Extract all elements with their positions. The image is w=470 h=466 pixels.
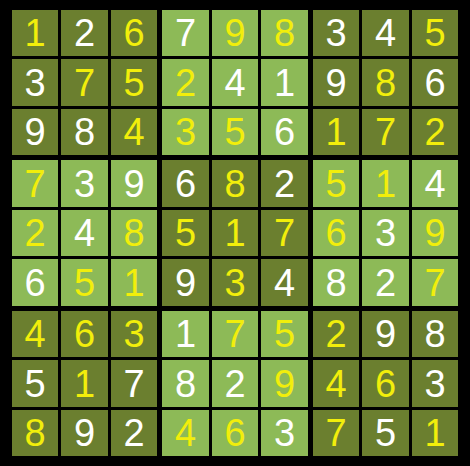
cell-r1c6[interactable]: 8	[261, 10, 308, 57]
block-r1c1: 126375984	[12, 10, 158, 156]
cell-r4c8[interactable]: 1	[362, 160, 409, 207]
block-r2c2: 682517934	[162, 160, 308, 306]
cell-r2c7[interactable]: 9	[313, 59, 360, 106]
cell-r3c5[interactable]: 5	[212, 109, 259, 156]
cell-r1c7[interactable]: 3	[313, 10, 360, 57]
cell-r9c6[interactable]: 3	[261, 410, 308, 457]
cell-r3c3[interactable]: 4	[111, 109, 158, 156]
cell-r5c7[interactable]: 6	[313, 210, 360, 257]
cell-r9c4[interactable]: 4	[162, 410, 209, 457]
block-r2c1: 739248651	[12, 160, 158, 306]
cell-r7c5[interactable]: 7	[212, 311, 259, 358]
cell-r4c9[interactable]: 4	[412, 160, 459, 207]
cell-r7c2[interactable]: 6	[61, 311, 108, 358]
cell-r6c1[interactable]: 6	[12, 259, 59, 306]
cell-r1c9[interactable]: 5	[412, 10, 459, 57]
cell-r1c2[interactable]: 2	[61, 10, 108, 57]
cell-r7c8[interactable]: 9	[362, 311, 409, 358]
cell-r5c2[interactable]: 4	[61, 210, 108, 257]
cell-r1c4[interactable]: 7	[162, 10, 209, 57]
cell-r4c4[interactable]: 6	[162, 160, 209, 207]
cell-r4c2[interactable]: 3	[61, 160, 108, 207]
cell-r7c7[interactable]: 2	[313, 311, 360, 358]
cell-r9c9[interactable]: 1	[412, 410, 459, 457]
cell-r6c5[interactable]: 3	[212, 259, 259, 306]
cell-r4c6[interactable]: 2	[261, 160, 308, 207]
cell-r3c2[interactable]: 8	[61, 109, 108, 156]
cell-r6c3[interactable]: 1	[111, 259, 158, 306]
cell-r9c2[interactable]: 9	[61, 410, 108, 457]
cell-r1c5[interactable]: 9	[212, 10, 259, 57]
block-r1c2: 798241356	[162, 10, 308, 156]
cell-r2c5[interactable]: 4	[212, 59, 259, 106]
cell-r5c6[interactable]: 7	[261, 210, 308, 257]
cell-r3c1[interactable]: 9	[12, 109, 59, 156]
cell-r5c8[interactable]: 3	[362, 210, 409, 257]
cell-r4c7[interactable]: 5	[313, 160, 360, 207]
cell-r2c1[interactable]: 3	[12, 59, 59, 106]
cell-r6c9[interactable]: 7	[412, 259, 459, 306]
cell-r2c4[interactable]: 2	[162, 59, 209, 106]
cell-r3c8[interactable]: 7	[362, 109, 409, 156]
cell-r5c5[interactable]: 1	[212, 210, 259, 257]
cell-r4c5[interactable]: 8	[212, 160, 259, 207]
cell-r2c9[interactable]: 6	[412, 59, 459, 106]
cell-r9c7[interactable]: 7	[313, 410, 360, 457]
block-r1c3: 345986172	[313, 10, 459, 156]
cell-r2c8[interactable]: 8	[362, 59, 409, 106]
cell-r2c6[interactable]: 1	[261, 59, 308, 106]
cell-r3c9[interactable]: 2	[412, 109, 459, 156]
cell-r8c5[interactable]: 2	[212, 360, 259, 407]
sudoku-board: 1263759847982413563459861727392486516825…	[1, 0, 470, 466]
cell-r1c8[interactable]: 4	[362, 10, 409, 57]
cell-r7c3[interactable]: 3	[111, 311, 158, 358]
cell-r9c3[interactable]: 2	[111, 410, 158, 457]
cell-r8c7[interactable]: 4	[313, 360, 360, 407]
cell-r6c2[interactable]: 5	[61, 259, 108, 306]
cell-r5c9[interactable]: 9	[412, 210, 459, 257]
cell-r9c8[interactable]: 5	[362, 410, 409, 457]
cell-r5c3[interactable]: 8	[111, 210, 158, 257]
cell-r8c6[interactable]: 9	[261, 360, 308, 407]
cell-r8c8[interactable]: 6	[362, 360, 409, 407]
cell-r5c4[interactable]: 5	[162, 210, 209, 257]
cell-r7c9[interactable]: 8	[412, 311, 459, 358]
cell-r3c7[interactable]: 1	[313, 109, 360, 156]
cell-r2c3[interactable]: 5	[111, 59, 158, 106]
cell-r6c6[interactable]: 4	[261, 259, 308, 306]
cell-r4c3[interactable]: 9	[111, 160, 158, 207]
cell-r6c4[interactable]: 9	[162, 259, 209, 306]
cell-r1c3[interactable]: 6	[111, 10, 158, 57]
cell-r3c4[interactable]: 3	[162, 109, 209, 156]
cell-r6c8[interactable]: 2	[362, 259, 409, 306]
block-r3c2: 175829463	[162, 311, 308, 457]
cell-r8c3[interactable]: 7	[111, 360, 158, 407]
cell-r2c2[interactable]: 7	[61, 59, 108, 106]
cell-r5c1[interactable]: 2	[12, 210, 59, 257]
cell-r8c2[interactable]: 1	[61, 360, 108, 407]
cell-r7c6[interactable]: 5	[261, 311, 308, 358]
block-r3c3: 298463751	[313, 311, 459, 457]
cell-r7c4[interactable]: 1	[162, 311, 209, 358]
block-r3c1: 463517892	[12, 311, 158, 457]
cell-r9c1[interactable]: 8	[12, 410, 59, 457]
cell-r8c9[interactable]: 3	[412, 360, 459, 407]
cell-r4c1[interactable]: 7	[12, 160, 59, 207]
cell-r7c1[interactable]: 4	[12, 311, 59, 358]
block-r2c3: 514639827	[313, 160, 459, 306]
cell-r9c5[interactable]: 6	[212, 410, 259, 457]
cell-r1c1[interactable]: 1	[12, 10, 59, 57]
cell-r3c6[interactable]: 6	[261, 109, 308, 156]
cell-r8c4[interactable]: 8	[162, 360, 209, 407]
cell-r8c1[interactable]: 5	[12, 360, 59, 407]
cell-r6c7[interactable]: 8	[313, 259, 360, 306]
